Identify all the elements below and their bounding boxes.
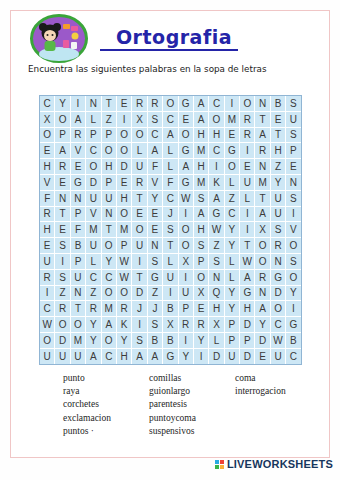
grid-cell[interactable]: B [163, 301, 177, 316]
grid-cell[interactable]: B [148, 333, 162, 348]
grid-cell[interactable]: P [194, 254, 208, 269]
grid-cell[interactable]: W [40, 317, 54, 332]
grid-cell[interactable]: G [179, 175, 193, 190]
grid-cell[interactable]: R [40, 270, 54, 285]
grid-cell[interactable]: C [163, 112, 177, 127]
grid-cell[interactable]: A [179, 159, 193, 174]
grid-cell[interactable]: P [179, 301, 193, 316]
grid-cell[interactable]: Y [55, 96, 69, 111]
grid-cell[interactable]: M [194, 175, 208, 190]
grid-cell[interactable]: F [148, 159, 162, 174]
grid-cell[interactable]: G [271, 270, 285, 285]
grid-cell[interactable]: N [271, 254, 285, 269]
grid-cell[interactable]: P [286, 143, 300, 158]
grid-cell[interactable]: K [209, 175, 223, 190]
grid-cell[interactable]: C [86, 270, 100, 285]
grid-cell[interactable]: F [71, 222, 85, 237]
grid-cell[interactable]: J [163, 207, 177, 222]
word-list-item: corchetes [63, 398, 149, 411]
grid-cell[interactable]: E [148, 207, 162, 222]
grid-cell[interactable]: H [117, 191, 131, 206]
grid-cell[interactable]: Z [148, 286, 162, 301]
grid-cell[interactable]: Y [225, 286, 239, 301]
grid-cell[interactable]: E [225, 128, 239, 143]
word-list-item: comillas [149, 372, 235, 385]
word-list-column: comillasguionlargoparentesispuntoycomasu… [149, 372, 235, 438]
grid-cell[interactable]: R [148, 96, 162, 111]
grid-cell[interactable]: S [148, 317, 162, 332]
grid-cell[interactable]: Y [86, 317, 100, 332]
grid-cell[interactable]: E [271, 112, 285, 127]
grid-cell[interactable]: X [194, 286, 208, 301]
grid-cell[interactable]: O [179, 128, 193, 143]
grid-cell[interactable]: M [117, 222, 131, 237]
grid-cell[interactable]: Y [179, 349, 193, 364]
grid-cell[interactable]: Y [225, 222, 239, 237]
grid-cell[interactable]: R [40, 207, 54, 222]
grid-cell[interactable]: S [286, 254, 300, 269]
grid-cell[interactable]: C [225, 207, 239, 222]
grid-cell[interactable]: M [102, 301, 116, 316]
grid-cell[interactable]: I [132, 317, 146, 332]
grid-cell[interactable]: A [163, 128, 177, 143]
grid-cell[interactable]: N [102, 207, 116, 222]
grid-cell[interactable]: J [132, 301, 146, 316]
grid-cell[interactable]: O [71, 317, 85, 332]
grid-cell[interactable]: O [117, 143, 131, 158]
grid-cell[interactable]: R [179, 317, 193, 332]
grid-cell[interactable]: O [240, 96, 254, 111]
grid-cell[interactable]: G [240, 286, 254, 301]
grid-cell[interactable]: R [132, 175, 146, 190]
grid-cell[interactable]: O [132, 222, 146, 237]
grid-cell[interactable]: G [286, 317, 300, 332]
grid-cell[interactable]: T [240, 238, 254, 253]
grid-cell[interactable]: U [102, 191, 116, 206]
grid-cell[interactable]: K [117, 317, 131, 332]
grid-cell[interactable]: R [55, 159, 69, 174]
grid-cell[interactable]: E [148, 222, 162, 237]
grid-cell[interactable]: O [102, 238, 116, 253]
grid-cell[interactable]: W [117, 254, 131, 269]
grid-cell[interactable]: H [209, 301, 223, 316]
grid-cell[interactable]: W [209, 222, 223, 237]
grid-cell[interactable]: P [240, 333, 254, 348]
grid-cell[interactable]: E [55, 222, 69, 237]
grid-cell[interactable]: O [209, 112, 223, 127]
grid-cell[interactable]: V [148, 175, 162, 190]
grid-cell[interactable]: S [148, 254, 162, 269]
grid-cell[interactable]: Z [225, 191, 239, 206]
grid-cell[interactable]: I [286, 301, 300, 316]
grid-cell[interactable]: T [163, 238, 177, 253]
grid-cell[interactable]: S [55, 270, 69, 285]
grid-cell[interactable]: W [271, 333, 285, 348]
grid-cell[interactable]: X [40, 112, 54, 127]
grid-cell[interactable]: A [55, 143, 69, 158]
grid-cell[interactable]: S [286, 128, 300, 143]
grid-cell[interactable]: A [102, 317, 116, 332]
grid-cell[interactable]: P [86, 128, 100, 143]
grid-cell[interactable]: E [286, 159, 300, 174]
grid-cell[interactable]: D [117, 159, 131, 174]
grid-cell[interactable]: E [55, 175, 69, 190]
grid-cell[interactable]: S [55, 238, 69, 253]
grid-cell[interactable]: Y [86, 333, 100, 348]
grid-cell[interactable]: S [163, 222, 177, 237]
grid-cell[interactable]: O [117, 128, 131, 143]
grid-cell[interactable]: Z [271, 159, 285, 174]
grid-cell[interactable]: B [271, 96, 285, 111]
grid-cell[interactable]: A [71, 112, 85, 127]
grid-cell[interactable]: U [86, 191, 100, 206]
grid-cell[interactable]: H [194, 222, 208, 237]
grid-cell[interactable]: U [271, 191, 285, 206]
grid-cell[interactable]: P [102, 175, 116, 190]
grid-cell[interactable]: O [286, 270, 300, 285]
grid-cell[interactable]: C [86, 143, 100, 158]
grid-cell[interactable]: M [255, 175, 269, 190]
grid-cell[interactable]: V [71, 143, 85, 158]
grid-cell[interactable]: O [225, 159, 239, 174]
grid-cell[interactable]: M [225, 112, 239, 127]
word-list-item: punto [63, 372, 149, 385]
grid-cell[interactable]: I [179, 207, 193, 222]
grid-cell[interactable]: V [86, 207, 100, 222]
grid-cell[interactable]: I [179, 333, 193, 348]
grid-cell[interactable]: I [286, 207, 300, 222]
grid-cell[interactable]: O [102, 286, 116, 301]
grid-cell[interactable]: T [132, 191, 146, 206]
grid-cell[interactable]: M [86, 222, 100, 237]
grid-cell[interactable]: A [148, 143, 162, 158]
grid-cell[interactable]: H [40, 159, 54, 174]
grid-cell[interactable]: E [132, 207, 146, 222]
word-list-item: interrogacion [235, 385, 321, 398]
grid-cell[interactable]: Y [271, 175, 285, 190]
grid-cell[interactable]: W [179, 191, 193, 206]
grid-cell[interactable]: L [163, 254, 177, 269]
grid-cell[interactable]: R [194, 317, 208, 332]
grid-cell[interactable]: J [148, 301, 162, 316]
grid-cell[interactable]: O [179, 222, 193, 237]
grid-cell[interactable]: U [225, 349, 239, 364]
grid-cell[interactable]: A [209, 191, 223, 206]
grid-cell[interactable]: H [271, 143, 285, 158]
grid-cell[interactable]: Z [102, 112, 116, 127]
grid-cell[interactable]: U [71, 270, 85, 285]
grid-cell[interactable]: R [117, 301, 131, 316]
grid-cell[interactable]: R [255, 270, 269, 285]
grid-cell[interactable]: N [286, 175, 300, 190]
grid-cell[interactable]: W [240, 254, 254, 269]
grid-cell[interactable]: E [194, 301, 208, 316]
grid-cell[interactable]: E [40, 238, 54, 253]
grid-cell[interactable]: G [179, 143, 193, 158]
grid-cell[interactable]: I [132, 254, 146, 269]
grid-cell[interactable]: N [71, 286, 85, 301]
grid-cell[interactable]: I [179, 270, 193, 285]
grid-cell[interactable]: A [194, 112, 208, 127]
grid-cell[interactable]: R [71, 128, 85, 143]
grid-cell[interactable]: L [225, 270, 239, 285]
grid-cell[interactable]: A [255, 207, 269, 222]
grid-cell[interactable]: F [40, 191, 54, 206]
grid-cell[interactable]: O [40, 128, 54, 143]
grid-cell[interactable]: G [179, 96, 193, 111]
grid-cell[interactable]: R [271, 238, 285, 253]
grid-cell[interactable]: O [40, 333, 54, 348]
grid-cell[interactable]: T [255, 191, 269, 206]
grid-cell[interactable]: N [86, 96, 100, 111]
grid-cell[interactable]: O [255, 238, 269, 253]
grid-cell[interactable]: Z [55, 286, 69, 301]
grid-cell[interactable]: Y [225, 301, 239, 316]
grid-cell[interactable]: U [40, 349, 54, 364]
grid-cell[interactable]: D [240, 317, 254, 332]
grid-cell[interactable]: H [40, 222, 54, 237]
grid-cell[interactable]: S [132, 333, 146, 348]
grid-cell[interactable]: R [86, 301, 100, 316]
grid-cell[interactable]: G [71, 175, 85, 190]
grid-cell[interactable]: U [40, 254, 54, 269]
grid-cell[interactable]: R [240, 112, 254, 127]
grid-cell[interactable]: E [179, 112, 193, 127]
grid-cell[interactable]: A [255, 128, 269, 143]
grid-cell[interactable]: O [117, 207, 131, 222]
grid-cell[interactable]: S [194, 191, 208, 206]
grid-cell[interactable]: P [117, 238, 131, 253]
grid-cell[interactable]: L [132, 143, 146, 158]
worksheet-screen: Ortografia Encuentra las siguientes pala… [0, 0, 340, 480]
grid-cell[interactable]: A [240, 270, 254, 285]
word-list-column: comainterrogacion [235, 372, 321, 438]
grid-cell[interactable]: O [286, 238, 300, 253]
grid-cell[interactable]: I [225, 96, 239, 111]
grid-cell[interactable]: E [240, 159, 254, 174]
grid-cell[interactable]: I [240, 207, 254, 222]
grid-cell[interactable]: C [102, 270, 116, 285]
grid-cell[interactable]: I [163, 286, 177, 301]
grid-cell[interactable]: L [225, 175, 239, 190]
grid-cell[interactable]: R [55, 301, 69, 316]
grid-cell[interactable]: O [102, 333, 116, 348]
grid-cell[interactable]: T [102, 222, 116, 237]
grid-cell[interactable]: O [117, 286, 131, 301]
grid-cell[interactable]: D [255, 333, 269, 348]
grid-cell[interactable]: A [148, 349, 162, 364]
grid-cell[interactable]: D [55, 333, 69, 348]
grid-cell[interactable]: P [102, 128, 116, 143]
grid-cell[interactable]: Y [225, 238, 239, 253]
grid-cell[interactable]: Y [194, 333, 208, 348]
grid-cell[interactable]: O [194, 270, 208, 285]
word-list-item: exclamacion [63, 412, 149, 425]
grid-cell[interactable]: C [163, 191, 177, 206]
grid-cell[interactable]: Z [86, 286, 100, 301]
grid-cell[interactable]: I [194, 349, 208, 364]
grid-cell[interactable]: N [55, 191, 69, 206]
grid-cell[interactable]: G [225, 143, 239, 158]
grid-cell[interactable]: X [179, 254, 193, 269]
grid-cell[interactable]: D [240, 349, 254, 364]
grid-cell[interactable]: C [209, 96, 223, 111]
grid-cell[interactable]: I [71, 96, 85, 111]
grid-cell[interactable]: H [117, 349, 131, 364]
grid-cell[interactable]: M [194, 143, 208, 158]
grid-cell[interactable]: L [225, 254, 239, 269]
grid-cell[interactable]: H [194, 159, 208, 174]
grid-cell[interactable]: N [255, 159, 269, 174]
grid-cell[interactable]: I [40, 286, 54, 301]
grid-cell[interactable]: U [86, 238, 100, 253]
grid-cell[interactable]: L [86, 112, 100, 127]
grid-cell[interactable]: O [271, 301, 285, 316]
grid-cell[interactable]: P [71, 254, 85, 269]
grid-cell[interactable]: D [132, 286, 146, 301]
grid-cell[interactable]: U [286, 112, 300, 127]
grid-cell[interactable]: O [179, 238, 193, 253]
grid-cell[interactable]: H [209, 128, 223, 143]
grid-cell[interactable]: A [255, 301, 269, 316]
grid-cell[interactable]: P [71, 207, 85, 222]
grid-cell[interactable]: H [240, 301, 254, 316]
grid-cell[interactable]: G [163, 349, 177, 364]
grid-cell[interactable]: C [40, 96, 54, 111]
grid-cell[interactable]: U [71, 349, 85, 364]
grid-cell[interactable]: V [40, 175, 54, 190]
grid-cell[interactable]: U [179, 286, 193, 301]
grid-cell[interactable]: I [55, 254, 69, 269]
grid-cell[interactable]: L [86, 254, 100, 269]
grid-cell[interactable]: X [255, 222, 269, 237]
grid-cell[interactable]: I [240, 222, 254, 237]
grid-cell[interactable]: O [55, 317, 69, 332]
grid-cell[interactable]: A [132, 349, 146, 364]
grid-cell[interactable]: I [209, 159, 223, 174]
grid-cell[interactable]: W [117, 270, 131, 285]
grid-cell[interactable]: N [209, 270, 223, 285]
grid-cell[interactable]: T [255, 112, 269, 127]
grid-cell[interactable]: F [163, 175, 177, 190]
grid-cell[interactable]: R [255, 143, 269, 158]
grid-cell[interactable]: D [209, 349, 223, 364]
grid-cell[interactable]: O [132, 128, 146, 143]
grid-cell[interactable]: O [163, 96, 177, 111]
grid-cell[interactable]: Y [117, 333, 131, 348]
grid-cell[interactable]: I [117, 112, 131, 127]
grid-cell[interactable]: E [255, 349, 269, 364]
grid-cell[interactable]: S [286, 191, 300, 206]
grid-cell[interactable]: M [71, 333, 85, 348]
grid-cell[interactable]: U [240, 175, 254, 190]
grid-cell[interactable]: Q [209, 286, 223, 301]
grid-cell[interactable]: Y [148, 191, 162, 206]
grid-cell[interactable]: N [148, 238, 162, 253]
footer: LIVEWORKSHEETS [215, 458, 333, 470]
grid-cell[interactable]: E [117, 96, 131, 111]
grid-cell[interactable]: R [132, 96, 146, 111]
grid-cell[interactable]: Y [102, 254, 116, 269]
grid-cell[interactable]: B [163, 333, 177, 348]
grid-cell[interactable]: H [194, 128, 208, 143]
grid-cell[interactable]: E [71, 159, 85, 174]
grid-cell[interactable]: T [71, 301, 85, 316]
grid-cell[interactable]: L [163, 159, 177, 174]
grid-cell[interactable]: U [271, 349, 285, 364]
grid-cell[interactable]: E [117, 175, 131, 190]
grid-cell[interactable]: S [271, 222, 285, 237]
grid-cell[interactable]: C [148, 128, 162, 143]
grid-cell[interactable]: L [209, 333, 223, 348]
grid-cell[interactable]: P [225, 333, 239, 348]
grid-cell[interactable]: D [86, 175, 100, 190]
grid-cell[interactable]: C [102, 349, 116, 364]
grid-cell[interactable]: U [132, 159, 146, 174]
grid-cell[interactable]: L [163, 143, 177, 158]
grid-cell[interactable]: C [209, 143, 223, 158]
grid-cell[interactable]: E [40, 143, 54, 158]
grid-cell[interactable]: Z [209, 238, 223, 253]
grid-cell[interactable]: C [271, 317, 285, 332]
grid-cell[interactable]: X [132, 112, 146, 127]
grid-cell[interactable]: O [55, 112, 69, 127]
grid-cell[interactable]: Y [286, 286, 300, 301]
grid-cell[interactable]: S [148, 112, 162, 127]
grid-cell[interactable]: U [132, 238, 146, 253]
liveworksheets-brand[interactable]: LIVEWORKSHEETS [227, 458, 333, 470]
grid-cell[interactable]: T [55, 207, 69, 222]
grid-cell[interactable]: G [209, 207, 223, 222]
grid-cell[interactable]: O [255, 254, 269, 269]
grid-cell[interactable]: A [86, 349, 100, 364]
grid-cell[interactable]: O [102, 143, 116, 158]
grid-cell[interactable]: N [255, 286, 269, 301]
grid-cell[interactable]: B [71, 238, 85, 253]
grid-cell[interactable]: C [286, 349, 300, 364]
grid-cell[interactable]: G [148, 270, 162, 285]
grid-cell[interactable]: P [55, 128, 69, 143]
grid-cell[interactable]: U [271, 207, 285, 222]
grid-cell[interactable]: B [286, 333, 300, 348]
grid-cell[interactable]: S [286, 96, 300, 111]
grid-cell[interactable]: L [240, 191, 254, 206]
grid-cell[interactable]: X [209, 317, 223, 332]
grid-cell[interactable]: I [240, 143, 254, 158]
grid-cell[interactable]: P [225, 317, 239, 332]
grid-cell[interactable]: N [255, 96, 269, 111]
grid-cell[interactable]: U [55, 349, 69, 364]
grid-cell[interactable]: V [286, 222, 300, 237]
grid-cell[interactable]: U [163, 270, 177, 285]
grid-cell[interactable]: Y [255, 317, 269, 332]
grid-cell[interactable]: A [194, 96, 208, 111]
grid-cell[interactable]: D [271, 286, 285, 301]
grid-cell[interactable]: T [271, 128, 285, 143]
grid-cell[interactable]: A [194, 207, 208, 222]
grid-cell[interactable]: X [163, 317, 177, 332]
grid-cell[interactable]: S [209, 254, 223, 269]
grid-cell[interactable]: R [240, 128, 254, 143]
grid-cell[interactable]: H [102, 159, 116, 174]
grid-cell[interactable]: O [86, 159, 100, 174]
word-list-item: parentesis [149, 398, 235, 411]
grid-cell[interactable]: T [102, 96, 116, 111]
grid-cell[interactable]: S [194, 238, 208, 253]
grid-cell[interactable]: C [40, 301, 54, 316]
grid-cell[interactable]: T [132, 270, 146, 285]
grid-cell[interactable]: N [71, 191, 85, 206]
